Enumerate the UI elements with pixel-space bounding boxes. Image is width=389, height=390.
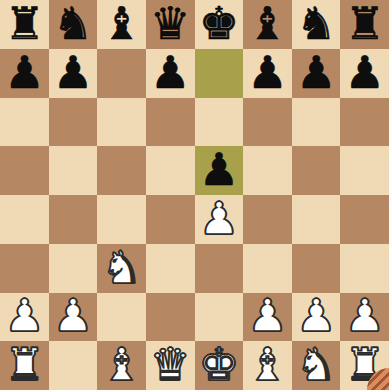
piece-black-pawn-e5[interactable]: ♟ xyxy=(199,147,239,192)
square-h2[interactable]: ♟ xyxy=(340,293,389,342)
square-h6[interactable] xyxy=(340,98,389,147)
piece-black-rook-a8[interactable]: ♜ xyxy=(4,1,44,46)
square-a4[interactable] xyxy=(0,195,49,244)
piece-white-king-e1[interactable]: ♚ xyxy=(199,342,239,387)
piece-black-pawn-g7[interactable]: ♟ xyxy=(296,50,336,95)
square-h3[interactable] xyxy=(340,244,389,293)
piece-white-pawn-e4[interactable]: ♟ xyxy=(199,196,239,241)
piece-white-pawn-h2[interactable]: ♟ xyxy=(345,293,385,338)
square-a6[interactable] xyxy=(0,98,49,147)
square-a1[interactable]: ♜ xyxy=(0,341,49,390)
square-a2[interactable]: ♟ xyxy=(0,293,49,342)
piece-black-pawn-h7[interactable]: ♟ xyxy=(345,50,385,95)
piece-white-pawn-b2[interactable]: ♟ xyxy=(53,293,93,338)
square-d4[interactable] xyxy=(146,195,195,244)
square-f2[interactable]: ♟ xyxy=(243,293,292,342)
square-c8[interactable]: ♝ xyxy=(97,0,146,49)
square-g1[interactable]: ♞ xyxy=(292,341,341,390)
square-b7[interactable]: ♟ xyxy=(49,49,98,98)
square-e3[interactable] xyxy=(195,244,244,293)
square-f4[interactable] xyxy=(243,195,292,244)
square-c2[interactable] xyxy=(97,293,146,342)
square-c3[interactable]: ♞ xyxy=(97,244,146,293)
square-f8[interactable]: ♝ xyxy=(243,0,292,49)
square-c5[interactable] xyxy=(97,146,146,195)
square-e6[interactable] xyxy=(195,98,244,147)
square-g7[interactable]: ♟ xyxy=(292,49,341,98)
square-d1[interactable]: ♛ xyxy=(146,341,195,390)
piece-black-pawn-d7[interactable]: ♟ xyxy=(150,50,190,95)
square-d8[interactable]: ♛ xyxy=(146,0,195,49)
square-e4[interactable]: ♟ xyxy=(195,195,244,244)
square-f6[interactable] xyxy=(243,98,292,147)
piece-white-queen-d1[interactable]: ♛ xyxy=(150,342,190,387)
piece-black-rook-h8[interactable]: ♜ xyxy=(345,1,385,46)
square-h7[interactable]: ♟ xyxy=(340,49,389,98)
piece-white-rook-a1[interactable]: ♜ xyxy=(4,342,44,387)
piece-black-knight-g8[interactable]: ♞ xyxy=(296,1,336,46)
square-d6[interactable] xyxy=(146,98,195,147)
piece-white-pawn-f2[interactable]: ♟ xyxy=(247,293,287,338)
square-e7[interactable] xyxy=(195,49,244,98)
square-b4[interactable] xyxy=(49,195,98,244)
square-b2[interactable]: ♟ xyxy=(49,293,98,342)
square-d7[interactable]: ♟ xyxy=(146,49,195,98)
chess-board-container: ♜♞♝♛♚♝♞♜♟♟♟♟♟♟♟♟♞♟♟♟♟♟♜♝♛♚♝♞♜ xyxy=(0,0,389,390)
square-b8[interactable]: ♞ xyxy=(49,0,98,49)
square-f5[interactable] xyxy=(243,146,292,195)
square-g3[interactable] xyxy=(292,244,341,293)
square-a3[interactable] xyxy=(0,244,49,293)
piece-black-queen-d8[interactable]: ♛ xyxy=(150,1,190,46)
square-g6[interactable] xyxy=(292,98,341,147)
square-a7[interactable]: ♟ xyxy=(0,49,49,98)
square-e1[interactable]: ♚ xyxy=(195,341,244,390)
chess-board: ♜♞♝♛♚♝♞♜♟♟♟♟♟♟♟♟♞♟♟♟♟♟♜♝♛♚♝♞♜ xyxy=(0,0,389,390)
square-a5[interactable] xyxy=(0,146,49,195)
square-f1[interactable]: ♝ xyxy=(243,341,292,390)
square-a8[interactable]: ♜ xyxy=(0,0,49,49)
square-d2[interactable] xyxy=(146,293,195,342)
square-f7[interactable]: ♟ xyxy=(243,49,292,98)
square-c4[interactable] xyxy=(97,195,146,244)
piece-white-pawn-a2[interactable]: ♟ xyxy=(4,293,44,338)
square-b1[interactable] xyxy=(49,341,98,390)
piece-black-bishop-c8[interactable]: ♝ xyxy=(101,1,141,46)
piece-black-knight-b8[interactable]: ♞ xyxy=(53,1,93,46)
square-g2[interactable]: ♟ xyxy=(292,293,341,342)
piece-black-king-e8[interactable]: ♚ xyxy=(199,1,239,46)
piece-black-pawn-a7[interactable]: ♟ xyxy=(4,50,44,95)
square-c1[interactable]: ♝ xyxy=(97,341,146,390)
square-h8[interactable]: ♜ xyxy=(340,0,389,49)
piece-white-knight-g1[interactable]: ♞ xyxy=(296,342,336,387)
piece-black-pawn-b7[interactable]: ♟ xyxy=(53,50,93,95)
square-f3[interactable] xyxy=(243,244,292,293)
square-b5[interactable] xyxy=(49,146,98,195)
square-e5[interactable]: ♟ xyxy=(195,146,244,195)
piece-white-pawn-g2[interactable]: ♟ xyxy=(296,293,336,338)
square-b3[interactable] xyxy=(49,244,98,293)
square-c6[interactable] xyxy=(97,98,146,147)
piece-white-bishop-c1[interactable]: ♝ xyxy=(101,342,141,387)
square-d5[interactable] xyxy=(146,146,195,195)
square-g5[interactable] xyxy=(292,146,341,195)
square-e8[interactable]: ♚ xyxy=(195,0,244,49)
piece-black-pawn-f7[interactable]: ♟ xyxy=(247,50,287,95)
square-h4[interactable] xyxy=(340,195,389,244)
square-g4[interactable] xyxy=(292,195,341,244)
square-b6[interactable] xyxy=(49,98,98,147)
square-c7[interactable] xyxy=(97,49,146,98)
piece-white-knight-c3[interactable]: ♞ xyxy=(101,245,141,290)
piece-black-bishop-f8[interactable]: ♝ xyxy=(247,1,287,46)
piece-white-bishop-f1[interactable]: ♝ xyxy=(247,342,287,387)
square-g8[interactable]: ♞ xyxy=(292,0,341,49)
square-d3[interactable] xyxy=(146,244,195,293)
square-e2[interactable] xyxy=(195,293,244,342)
square-h5[interactable] xyxy=(340,146,389,195)
